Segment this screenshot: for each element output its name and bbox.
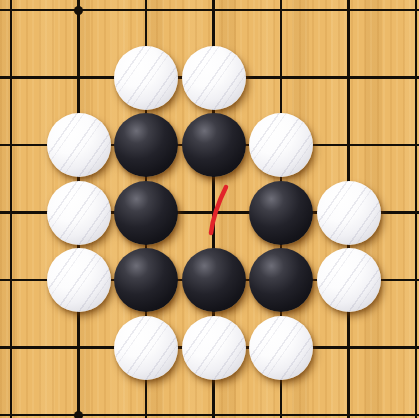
board-point-r3c2 xyxy=(45,111,113,179)
board-point-r1c6[interactable] xyxy=(315,0,383,44)
board-point-r7c3[interactable] xyxy=(112,381,180,418)
white-stone xyxy=(47,113,111,177)
white-stone xyxy=(47,181,111,245)
board-point-r5c1[interactable] xyxy=(0,246,45,314)
board-point-r2c4 xyxy=(180,44,248,112)
black-stone xyxy=(114,113,178,177)
board-point-r2c2[interactable] xyxy=(45,44,113,112)
board-point-r4c1[interactable] xyxy=(0,179,45,247)
board-point-r7c5[interactable] xyxy=(247,381,315,418)
white-stone xyxy=(317,248,381,312)
stone-grid xyxy=(0,0,419,418)
board-point-r2c7[interactable] xyxy=(382,44,419,112)
board-point-r1c7[interactable] xyxy=(382,0,419,44)
board-point-r1c1[interactable] xyxy=(0,0,45,44)
black-stone xyxy=(114,181,178,245)
board-point-r1c2[interactable] xyxy=(45,0,113,44)
black-stone xyxy=(182,248,246,312)
board-point-r2c6[interactable] xyxy=(315,44,383,112)
board-point-r5c6 xyxy=(315,246,383,314)
board-point-r4c5 xyxy=(247,179,315,247)
go-board[interactable] xyxy=(0,0,419,418)
white-stone xyxy=(182,46,246,110)
black-stone xyxy=(249,181,313,245)
board-point-r7c6[interactable] xyxy=(315,381,383,418)
board-point-r7c2[interactable] xyxy=(45,381,113,418)
board-point-r6c7[interactable] xyxy=(382,314,419,382)
board-point-r3c1[interactable] xyxy=(0,111,45,179)
board-point-r1c3[interactable] xyxy=(112,0,180,44)
board-point-r7c1[interactable] xyxy=(0,381,45,418)
white-stone xyxy=(182,316,246,380)
black-stone xyxy=(114,248,178,312)
board-point-r6c3 xyxy=(112,314,180,382)
board-point-r3c4 xyxy=(180,111,248,179)
board-point-r3c6[interactable] xyxy=(315,111,383,179)
go-board-screenshot xyxy=(0,0,419,418)
black-stone xyxy=(249,248,313,312)
board-point-r3c3 xyxy=(112,111,180,179)
board-point-r6c4 xyxy=(180,314,248,382)
white-stone xyxy=(317,181,381,245)
board-point-r7c7[interactable] xyxy=(382,381,419,418)
board-point-r5c4 xyxy=(180,246,248,314)
board-point-r7c4[interactable] xyxy=(180,381,248,418)
board-point-r6c2[interactable] xyxy=(45,314,113,382)
board-point-r4c7[interactable] xyxy=(382,179,419,247)
black-stone xyxy=(182,113,246,177)
white-stone xyxy=(249,113,313,177)
board-point-r2c3 xyxy=(112,44,180,112)
board-point-r2c1[interactable] xyxy=(0,44,45,112)
white-stone xyxy=(47,248,111,312)
board-point-r6c5 xyxy=(247,314,315,382)
board-point-r5c7[interactable] xyxy=(382,246,419,314)
board-point-r1c4[interactable] xyxy=(180,0,248,44)
board-point-r4c6 xyxy=(315,179,383,247)
board-point-r5c5 xyxy=(247,246,315,314)
board-point-r4c4[interactable] xyxy=(180,179,248,247)
board-point-r2c5[interactable] xyxy=(247,44,315,112)
board-point-r1c5[interactable] xyxy=(247,0,315,44)
board-point-r3c5 xyxy=(247,111,315,179)
board-point-r5c3 xyxy=(112,246,180,314)
white-stone xyxy=(249,316,313,380)
board-point-r6c1[interactable] xyxy=(0,314,45,382)
board-point-r6c6[interactable] xyxy=(315,314,383,382)
board-point-r4c3 xyxy=(112,179,180,247)
board-point-r5c2 xyxy=(45,246,113,314)
white-stone xyxy=(114,46,178,110)
board-point-r4c2 xyxy=(45,179,113,247)
white-stone xyxy=(114,316,178,380)
board-point-r3c7[interactable] xyxy=(382,111,419,179)
